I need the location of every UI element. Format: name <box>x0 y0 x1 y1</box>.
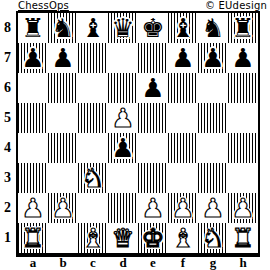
square-b7[interactable]: ♟ <box>48 43 78 73</box>
file-label-a: a <box>18 256 48 269</box>
square-c3[interactable]: ♞ <box>78 163 108 193</box>
square-d3[interactable] <box>108 163 138 193</box>
rank-label-8: 8 <box>0 13 15 43</box>
square-d1[interactable]: ♛ <box>108 223 138 253</box>
square-a1[interactable]: ♜ <box>18 223 48 253</box>
piece-white-pawn[interactable]: ♟ <box>111 103 134 133</box>
piece-black-pawn[interactable]: ♟ <box>21 43 44 73</box>
piece-black-pawn[interactable]: ♟ <box>231 43 254 73</box>
square-g3[interactable] <box>198 163 228 193</box>
piece-black-rook[interactable]: ♜ <box>231 13 254 43</box>
square-h3[interactable] <box>228 163 258 193</box>
piece-white-pawn[interactable]: ♟ <box>201 193 224 223</box>
square-f7[interactable]: ♟ <box>168 43 198 73</box>
square-a3[interactable] <box>18 163 48 193</box>
square-g5[interactable] <box>198 103 228 133</box>
piece-white-rook[interactable]: ♜ <box>21 223 44 253</box>
rank-label-4: 4 <box>0 133 15 163</box>
square-a7[interactable]: ♟ <box>18 43 48 73</box>
rank-label-3: 3 <box>0 163 15 193</box>
square-d5[interactable]: ♟ <box>108 103 138 133</box>
square-b2[interactable]: ♟ <box>48 193 78 223</box>
piece-black-queen[interactable]: ♛ <box>111 13 134 43</box>
piece-white-knight[interactable]: ♞ <box>201 223 224 253</box>
piece-black-pawn[interactable]: ♟ <box>171 43 194 73</box>
square-f3[interactable] <box>168 163 198 193</box>
piece-black-pawn[interactable]: ♟ <box>141 73 164 103</box>
rank-label-2: 2 <box>0 193 15 223</box>
file-label-g: g <box>198 256 228 269</box>
file-label-d: d <box>108 256 138 269</box>
square-e1[interactable]: ♚ <box>138 223 168 253</box>
square-e3[interactable] <box>138 163 168 193</box>
piece-white-pawn[interactable]: ♟ <box>141 193 164 223</box>
square-b8[interactable]: ♞ <box>48 13 78 43</box>
piece-black-knight[interactable]: ♞ <box>51 13 74 43</box>
piece-black-rook[interactable]: ♜ <box>21 13 44 43</box>
square-a2[interactable]: ♟ <box>18 193 48 223</box>
square-a8[interactable]: ♜ <box>18 13 48 43</box>
piece-white-bishop[interactable]: ♝ <box>81 223 104 253</box>
piece-white-knight[interactable]: ♞ <box>81 163 104 193</box>
square-f6[interactable] <box>168 73 198 103</box>
credit-text: © EUdesign <box>205 0 267 11</box>
rank-label-1: 1 <box>0 223 15 253</box>
square-a5[interactable] <box>18 103 48 133</box>
piece-black-pawn[interactable]: ♟ <box>51 43 74 73</box>
piece-black-king[interactable]: ♚ <box>141 13 164 43</box>
square-e2[interactable]: ♟ <box>138 193 168 223</box>
rank-label-6: 6 <box>0 73 15 103</box>
piece-white-pawn[interactable]: ♟ <box>21 193 44 223</box>
square-e4[interactable] <box>138 133 168 163</box>
file-label-e: e <box>138 256 168 269</box>
square-g6[interactable] <box>198 73 228 103</box>
square-b1[interactable] <box>48 223 78 253</box>
square-e8[interactable]: ♚ <box>138 13 168 43</box>
square-f5[interactable] <box>168 103 198 133</box>
piece-black-bishop[interactable]: ♝ <box>81 13 104 43</box>
square-c1[interactable]: ♝ <box>78 223 108 253</box>
square-d6[interactable] <box>108 73 138 103</box>
square-c7[interactable] <box>78 43 108 73</box>
square-e6[interactable]: ♟ <box>138 73 168 103</box>
square-h2[interactable]: ♟ <box>228 193 258 223</box>
square-g8[interactable]: ♞ <box>198 13 228 43</box>
piece-black-bishop[interactable]: ♝ <box>171 13 194 43</box>
rank-label-5: 5 <box>0 103 15 133</box>
piece-white-pawn[interactable]: ♟ <box>51 193 74 223</box>
square-h7[interactable]: ♟ <box>228 43 258 73</box>
square-c4[interactable] <box>78 133 108 163</box>
piece-black-knight[interactable]: ♞ <box>201 13 224 43</box>
piece-white-pawn[interactable]: ♟ <box>171 193 194 223</box>
app-title: ChessOps <box>18 0 69 11</box>
square-h6[interactable] <box>228 73 258 103</box>
square-b4[interactable] <box>48 133 78 163</box>
file-labels: abcdefgh <box>18 256 258 269</box>
piece-white-rook[interactable]: ♜ <box>231 223 254 253</box>
file-label-b: b <box>48 256 78 269</box>
square-g7[interactable]: ♟ <box>198 43 228 73</box>
piece-white-king[interactable]: ♚ <box>141 223 164 253</box>
square-f1[interactable]: ♝ <box>168 223 198 253</box>
square-f2[interactable]: ♟ <box>168 193 198 223</box>
square-c6[interactable] <box>78 73 108 103</box>
square-e7[interactable] <box>138 43 168 73</box>
file-label-h: h <box>228 256 258 269</box>
chess-board[interactable]: ♜♞♝♛♚♝♞♜♟♟♟♟♟♟♟♟♞♟♟♟♟♟♟♜♝♛♚♝♞♜ <box>16 11 260 257</box>
square-b6[interactable] <box>48 73 78 103</box>
piece-black-pawn[interactable]: ♟ <box>201 43 224 73</box>
rank-labels: 87654321 <box>0 13 15 253</box>
square-g2[interactable]: ♟ <box>198 193 228 223</box>
square-c8[interactable]: ♝ <box>78 13 108 43</box>
square-h4[interactable] <box>228 133 258 163</box>
square-h1[interactable]: ♜ <box>228 223 258 253</box>
square-g4[interactable] <box>198 133 228 163</box>
square-e5[interactable] <box>138 103 168 133</box>
piece-black-pawn[interactable]: ♟ <box>111 133 134 163</box>
square-b3[interactable] <box>48 163 78 193</box>
square-f8[interactable]: ♝ <box>168 13 198 43</box>
piece-white-queen[interactable]: ♛ <box>111 223 134 253</box>
file-label-c: c <box>78 256 108 269</box>
file-label-f: f <box>168 256 198 269</box>
square-f4[interactable] <box>168 133 198 163</box>
piece-white-bishop[interactable]: ♝ <box>171 223 194 253</box>
square-c2[interactable] <box>78 193 108 223</box>
square-d7[interactable] <box>108 43 138 73</box>
square-a6[interactable] <box>18 73 48 103</box>
square-g1[interactable]: ♞ <box>198 223 228 253</box>
rank-label-7: 7 <box>0 43 15 73</box>
square-d4[interactable]: ♟ <box>108 133 138 163</box>
piece-white-pawn[interactable]: ♟ <box>231 193 254 223</box>
square-c5[interactable] <box>78 103 108 133</box>
square-d2[interactable] <box>108 193 138 223</box>
square-h5[interactable] <box>228 103 258 133</box>
square-a4[interactable] <box>18 133 48 163</box>
square-h8[interactable]: ♜ <box>228 13 258 43</box>
square-b5[interactable] <box>48 103 78 133</box>
square-d8[interactable]: ♛ <box>108 13 138 43</box>
